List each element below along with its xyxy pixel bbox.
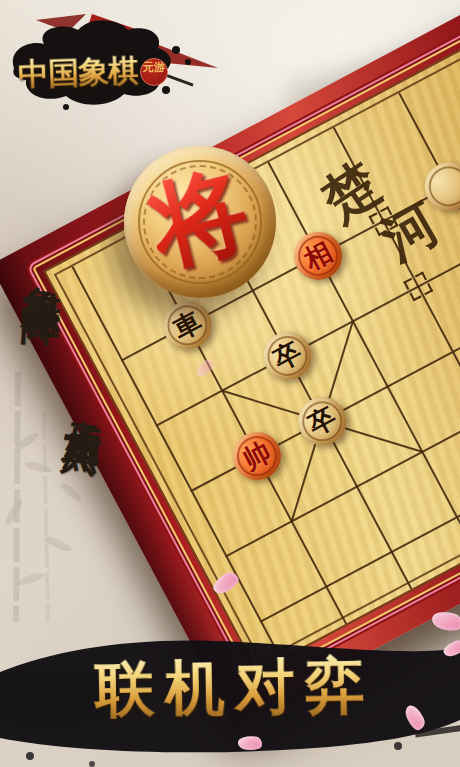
online-match-banner-button[interactable]: 联机对弈 [0, 644, 460, 733]
xiangqi-piece-卒: 卒 [290, 389, 355, 454]
game-logo: 中国象棋 元游 [6, 10, 221, 115]
logo-title: 中国象棋 [17, 50, 138, 96]
splash-screen: 楚 河 車相卒帅卒 联机对弈 象棋似布阵 点子如点兵 将 [0, 0, 460, 767]
grid-rank-line [260, 341, 460, 623]
tagline-column-1: 象棋似布阵 [16, 253, 72, 282]
xiangqi-piece-帅: 帅 [224, 424, 289, 489]
logo-badge: 元游 [140, 58, 168, 86]
xiangqi-piece-車: 車 [155, 293, 220, 358]
xiangqi-piece-相: 相 [286, 223, 351, 288]
position-marker [403, 272, 433, 302]
xiangqi-piece-卒: 卒 [255, 324, 320, 389]
giant-general-piece: 将 [124, 146, 276, 298]
